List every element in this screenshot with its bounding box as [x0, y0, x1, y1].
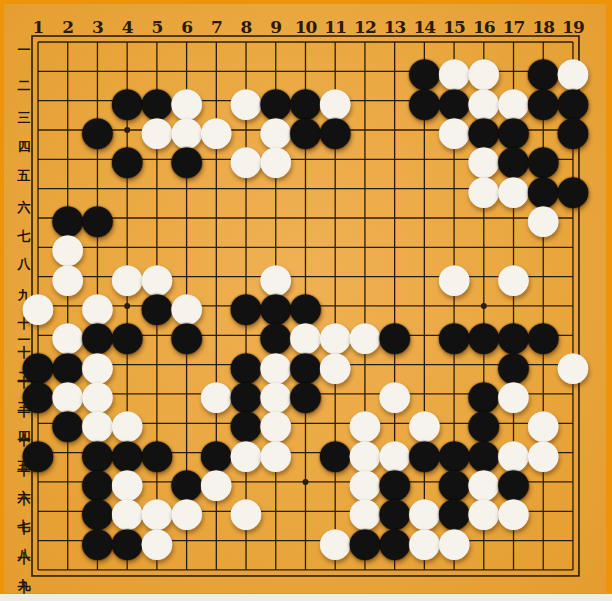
- white-stone[interactable]: ●: [256, 139, 296, 179]
- column-label-14: 14: [414, 17, 436, 37]
- column-label-5: 5: [151, 17, 162, 37]
- star-point: [302, 479, 308, 485]
- column-label-7: 7: [211, 17, 222, 37]
- black-stone[interactable]: ●: [107, 139, 147, 179]
- column-label-3: 3: [92, 17, 103, 37]
- column-label-17: 17: [503, 17, 525, 37]
- white-stone[interactable]: ●: [434, 257, 474, 297]
- white-stone[interactable]: ●: [553, 345, 593, 385]
- white-stone[interactable]: ●: [523, 198, 563, 238]
- column-label-18: 18: [532, 17, 554, 37]
- column-label-9: 9: [270, 17, 281, 37]
- column-label-12: 12: [354, 17, 376, 37]
- column-label-13: 13: [384, 17, 406, 37]
- star-point: [124, 303, 130, 309]
- black-stone[interactable]: ●: [167, 139, 207, 179]
- black-stone[interactable]: ●: [18, 433, 58, 473]
- column-label-8: 8: [241, 17, 252, 37]
- white-stone[interactable]: ●: [494, 257, 534, 297]
- column-label-10: 10: [295, 17, 317, 37]
- white-stone[interactable]: ●: [137, 521, 177, 561]
- star-point: [124, 127, 130, 133]
- star-point: [481, 303, 487, 309]
- photo-bottom-strip: [0, 594, 612, 601]
- white-stone[interactable]: ●: [434, 521, 474, 561]
- white-stone[interactable]: ●: [256, 433, 296, 473]
- column-label-6: 6: [181, 17, 192, 37]
- column-label-11: 11: [324, 17, 346, 37]
- white-stone[interactable]: ●: [226, 491, 266, 531]
- black-stone[interactable]: ●: [167, 315, 207, 355]
- column-label-4: 4: [122, 17, 133, 37]
- black-stone[interactable]: ●: [375, 315, 415, 355]
- black-stone[interactable]: ●: [315, 110, 355, 150]
- column-label-19: 19: [562, 17, 584, 37]
- column-label-15: 15: [443, 17, 465, 37]
- column-label-1: 1: [33, 17, 44, 37]
- go-board-photo: 12345678910111213141516171819 一二三四五六七八九十…: [0, 0, 612, 601]
- column-label-2: 2: [62, 17, 73, 37]
- white-stone[interactable]: ●: [494, 491, 534, 531]
- column-label-16: 16: [473, 17, 495, 37]
